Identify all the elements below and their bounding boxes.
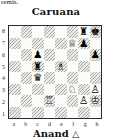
square-d6[interactable] — [44, 49, 56, 61]
rank-label-8: 8 — [0, 25, 7, 37]
file-label-g: g — [79, 120, 91, 128]
square-a3[interactable] — [9, 84, 21, 96]
square-e8[interactable] — [55, 26, 67, 38]
white-king-h2[interactable]: ♔ — [91, 95, 100, 107]
black-pawn-h6[interactable]: ♟ — [91, 49, 100, 61]
square-b5[interactable] — [21, 61, 33, 73]
square-c2[interactable] — [32, 95, 44, 107]
square-b3[interactable] — [21, 84, 33, 96]
rank-label-7: 7 — [0, 37, 7, 49]
square-g7[interactable]: ♟ — [78, 38, 90, 50]
square-f7[interactable]: ♕ — [67, 38, 79, 50]
file-label-h: h — [91, 120, 103, 128]
square-c8[interactable] — [32, 26, 44, 38]
square-a7[interactable] — [9, 38, 21, 50]
square-f2[interactable] — [67, 95, 79, 107]
square-g2[interactable]: ♙ — [78, 95, 90, 107]
chess-board: ♜♚♕♟♟♟♜♗♛♘♙♖♙♔ — [8, 25, 102, 119]
file-label-a: a — [8, 120, 20, 128]
square-a4[interactable] — [9, 72, 21, 84]
square-b8[interactable] — [21, 26, 33, 38]
rank-label-4: 4 — [0, 73, 7, 85]
square-a8[interactable] — [9, 26, 21, 38]
square-a6[interactable] — [9, 49, 21, 61]
black-queen-c4[interactable]: ♛ — [33, 72, 42, 84]
black-pawn-c6[interactable]: ♟ — [33, 49, 42, 61]
square-e5[interactable]: ♗ — [55, 61, 67, 73]
square-e4[interactable] — [55, 72, 67, 84]
square-d2[interactable]: ♖ — [44, 95, 56, 107]
square-h5[interactable] — [90, 61, 102, 73]
square-g1[interactable] — [78, 107, 90, 119]
rank-label-2: 2 — [0, 96, 7, 108]
square-e3[interactable] — [55, 84, 67, 96]
white-pawn-g2[interactable]: ♙ — [79, 95, 88, 107]
white-knight-f3[interactable]: ♘ — [68, 84, 77, 96]
square-e2[interactable] — [55, 95, 67, 107]
square-h2[interactable]: ♔ — [90, 95, 102, 107]
file-label-c: c — [32, 120, 44, 128]
file-label-f: f — [67, 120, 79, 128]
white-queen-f7[interactable]: ♕ — [68, 38, 77, 50]
square-h6[interactable]: ♟ — [90, 49, 102, 61]
square-d4[interactable] — [44, 72, 56, 84]
black-player-name: Caruana — [8, 6, 104, 17]
white-player-name: Anand △ — [8, 128, 104, 139]
square-f6[interactable] — [67, 49, 79, 61]
file-label-e: e — [56, 120, 68, 128]
white-bishop-e5[interactable]: ♗ — [56, 61, 65, 73]
file-label-d: d — [44, 120, 56, 128]
white-rook-d2[interactable]: ♖ — [45, 95, 54, 107]
square-d5[interactable] — [44, 61, 56, 73]
square-f8[interactable] — [67, 26, 79, 38]
square-a2[interactable] — [9, 95, 21, 107]
square-c4[interactable]: ♛ — [32, 72, 44, 84]
square-d7[interactable] — [44, 38, 56, 50]
square-e6[interactable] — [55, 49, 67, 61]
rank-labels: 87654321 — [0, 25, 7, 120]
black-pawn-g7[interactable]: ♟ — [79, 38, 88, 50]
square-c6[interactable]: ♟ — [32, 49, 44, 61]
square-f4[interactable] — [67, 72, 79, 84]
square-b7[interactable] — [21, 38, 33, 50]
black-king-h8[interactable]: ♚ — [91, 26, 100, 38]
square-h4[interactable] — [90, 72, 102, 84]
square-g5[interactable] — [78, 61, 90, 73]
square-d1[interactable] — [44, 107, 56, 119]
square-e1[interactable] — [55, 107, 67, 119]
square-b6[interactable] — [21, 49, 33, 61]
square-g6[interactable] — [78, 49, 90, 61]
square-a1[interactable] — [9, 107, 21, 119]
file-label-b: b — [20, 120, 32, 128]
rank-label-1: 1 — [0, 108, 7, 120]
square-a5[interactable] — [9, 61, 21, 73]
square-b2[interactable] — [21, 95, 33, 107]
rank-label-3: 3 — [0, 84, 7, 96]
square-d8[interactable] — [44, 26, 56, 38]
square-e7[interactable] — [55, 38, 67, 50]
square-h1[interactable] — [90, 107, 102, 119]
rank-label-5: 5 — [0, 61, 7, 73]
black-rook-g8[interactable]: ♜ — [79, 26, 88, 38]
white-to-move-indicator: △ — [72, 129, 79, 139]
square-f3[interactable]: ♘ — [67, 84, 79, 96]
square-g8[interactable]: ♜ — [78, 26, 90, 38]
square-g4[interactable] — [78, 72, 90, 84]
board-grid: ♜♚♕♟♟♟♜♗♛♘♙♖♙♔ — [9, 26, 101, 118]
file-labels: abcdefgh — [8, 120, 103, 128]
square-b1[interactable] — [21, 107, 33, 119]
square-b4[interactable] — [21, 72, 33, 84]
square-h8[interactable]: ♚ — [90, 26, 102, 38]
square-f5[interactable] — [67, 61, 79, 73]
white-player-label: Anand — [33, 128, 69, 139]
square-c3[interactable] — [32, 84, 44, 96]
square-c1[interactable] — [32, 107, 44, 119]
square-f1[interactable] — [67, 107, 79, 119]
rank-label-6: 6 — [0, 49, 7, 61]
